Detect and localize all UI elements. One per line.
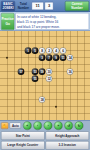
joseki-button-3-3-invasion[interactable]: 3-3 Invasion bbox=[45, 141, 88, 150]
black-stone-1: 1 bbox=[25, 47, 32, 54]
white-stone-4: 4 bbox=[53, 47, 60, 54]
correct-number-button[interactable]: Correct Number bbox=[65, 1, 89, 11]
nav-redo-button[interactable]: ↻ bbox=[75, 121, 84, 130]
joseki-button-star-point[interactable]: Star Point bbox=[1, 131, 44, 140]
hand-icon[interactable]: ✋ bbox=[1, 122, 8, 129]
black-stone-19: 19 bbox=[39, 68, 46, 75]
lesson-badge-line2: JOSEKI bbox=[1, 6, 14, 11]
black-stone-3: 3 bbox=[39, 54, 46, 61]
white-stone-10: 10 bbox=[46, 68, 53, 75]
white-stone-16: 16 bbox=[67, 68, 74, 75]
joseki-button-large-knight-counter[interactable]: Large Knight Counter bbox=[1, 141, 44, 150]
white-stone-18: 18 bbox=[39, 96, 46, 103]
total-count: 11 bbox=[32, 2, 44, 10]
move-explanation-text: In case of white 12 bending, black 15 is… bbox=[15, 13, 89, 30]
nav-row: ✋ Auto «‹›»↺↻ bbox=[1, 121, 89, 130]
nav-next-button[interactable]: › bbox=[44, 121, 53, 130]
go-board[interactable]: 15824637911141713191016151218 bbox=[0, 31, 90, 120]
white-stone-8: 8 bbox=[39, 47, 46, 54]
black-stone-13: 13 bbox=[32, 68, 39, 75]
nav-prev-button[interactable]: ‹ bbox=[33, 121, 42, 130]
white-stone-12: 12 bbox=[46, 75, 53, 82]
top-bar: BASIC JOSEKI Total Number 11 3 Correct N… bbox=[0, 0, 90, 12]
instruction-row: Practice Go In case of white 12 bending,… bbox=[0, 12, 90, 31]
bottom-toolbar: ✋ Auto «‹›»↺↻ Star Point Knight Approach… bbox=[0, 120, 90, 150]
black-stone-9: 9 bbox=[53, 54, 60, 61]
star-point bbox=[6, 57, 8, 59]
black-stone-5: 5 bbox=[32, 47, 39, 54]
joseki-row-2: Large Knight Counter 3-3 Invasion bbox=[1, 141, 89, 150]
joseki-row-1: Star Point Knight Approach bbox=[1, 131, 89, 140]
white-stone-14: 14 bbox=[67, 54, 74, 61]
nav-undo-button[interactable]: ↺ bbox=[64, 121, 73, 130]
white-stone-2: 2 bbox=[46, 47, 53, 54]
black-stone-7: 7 bbox=[46, 54, 53, 61]
auto-button[interactable]: Auto bbox=[10, 123, 21, 129]
nav-last-button[interactable]: » bbox=[54, 121, 63, 130]
black-stone-17: 17 bbox=[18, 68, 25, 75]
black-stone-11: 11 bbox=[60, 54, 67, 61]
black-stone-15: 15 bbox=[32, 75, 39, 82]
joseki-button-knight-approach[interactable]: Knight Approach bbox=[45, 131, 88, 140]
star-point bbox=[55, 106, 57, 108]
practice-go-button[interactable]: Practice Go bbox=[1, 13, 14, 30]
nav-first-button[interactable]: « bbox=[23, 121, 32, 130]
correct-count: 3 bbox=[45, 2, 54, 10]
white-stone-6: 6 bbox=[60, 47, 67, 54]
lesson-badge: BASIC JOSEKI bbox=[1, 1, 15, 11]
nav-orbs: «‹›»↺↻ bbox=[23, 121, 83, 130]
total-number-label: Total Number bbox=[16, 1, 31, 10]
app-window: BASIC JOSEKI Total Number 11 3 Correct N… bbox=[0, 0, 90, 150]
